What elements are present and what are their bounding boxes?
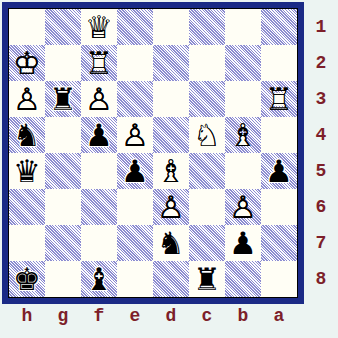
file-label-g: g	[45, 301, 81, 331]
square-f6[interactable]	[81, 189, 117, 225]
rank-label-6: 6	[304, 189, 338, 225]
square-b4[interactable]: ♝♗	[225, 117, 261, 153]
black-pawn-piece[interactable]: ♟	[81, 117, 117, 153]
square-a2[interactable]	[261, 45, 297, 81]
rank-label-5: 5	[304, 153, 338, 189]
square-c6[interactable]	[189, 189, 225, 225]
white-pawn-piece[interactable]: ♟♙	[117, 117, 153, 153]
square-d6[interactable]: ♟♙	[153, 189, 189, 225]
square-g3[interactable]: ♜	[45, 81, 81, 117]
rank-label-1: 1	[304, 9, 338, 45]
square-e8[interactable]	[117, 261, 153, 297]
square-f2[interactable]: ♜♖	[81, 45, 117, 81]
square-g6[interactable]	[45, 189, 81, 225]
black-rook-piece[interactable]: ♜	[189, 261, 225, 297]
square-g2[interactable]	[45, 45, 81, 81]
square-b6[interactable]: ♟♙	[225, 189, 261, 225]
square-c4[interactable]: ♞♘	[189, 117, 225, 153]
square-e4[interactable]: ♟♙	[117, 117, 153, 153]
white-rook-piece[interactable]: ♜♖	[81, 45, 117, 81]
square-a3[interactable]: ♜♖	[261, 81, 297, 117]
square-h2[interactable]: ♚♔	[9, 45, 45, 81]
square-g7[interactable]	[45, 225, 81, 261]
square-c3[interactable]	[189, 81, 225, 117]
white-pawn-piece[interactable]: ♟♙	[153, 189, 189, 225]
square-e1[interactable]	[117, 9, 153, 45]
square-b5[interactable]	[225, 153, 261, 189]
square-e2[interactable]	[117, 45, 153, 81]
chess-board: ♛♕♚♔♜♖♟♙♜♟♙♜♖♞♟♟♙♞♘♝♗♛♟♝♗♟♟♙♟♙♞♟♚♝♜	[9, 9, 297, 297]
square-c8[interactable]: ♜	[189, 261, 225, 297]
square-h6[interactable]	[9, 189, 45, 225]
black-rook-piece[interactable]: ♜	[45, 81, 81, 117]
black-bishop-piece[interactable]: ♝	[81, 261, 117, 297]
black-pawn-piece[interactable]: ♟	[117, 153, 153, 189]
file-label-h: h	[9, 301, 45, 331]
white-pawn-piece[interactable]: ♟♙	[9, 81, 45, 117]
white-pawn-piece[interactable]: ♟♙	[81, 81, 117, 117]
square-c5[interactable]	[189, 153, 225, 189]
file-label-c: c	[189, 301, 225, 331]
file-label-b: b	[225, 301, 261, 331]
chess-diagram: ♛♕♚♔♜♖♟♙♜♟♙♜♖♞♟♟♙♞♘♝♗♛♟♝♗♟♟♙♟♙♞♟♚♝♜ 1234…	[0, 0, 338, 338]
square-a1[interactable]	[261, 9, 297, 45]
rank-label-4: 4	[304, 117, 338, 153]
square-b2[interactable]	[225, 45, 261, 81]
square-g8[interactable]	[45, 261, 81, 297]
square-b8[interactable]	[225, 261, 261, 297]
black-knight-piece[interactable]: ♞	[9, 117, 45, 153]
square-e7[interactable]	[117, 225, 153, 261]
rank-label-2: 2	[304, 45, 338, 81]
square-h3[interactable]: ♟♙	[9, 81, 45, 117]
board-frame: ♛♕♚♔♜♖♟♙♜♟♙♜♖♞♟♟♙♞♘♝♗♛♟♝♗♟♟♙♟♙♞♟♚♝♜	[2, 2, 304, 304]
square-f7[interactable]	[81, 225, 117, 261]
file-label-f: f	[81, 301, 117, 331]
square-b7[interactable]: ♟	[225, 225, 261, 261]
black-king-piece[interactable]: ♚	[9, 261, 45, 297]
square-h1[interactable]	[9, 9, 45, 45]
square-b3[interactable]	[225, 81, 261, 117]
square-h4[interactable]: ♞	[9, 117, 45, 153]
white-king-piece[interactable]: ♚♔	[9, 45, 45, 81]
square-d1[interactable]	[153, 9, 189, 45]
square-a5[interactable]: ♟	[261, 153, 297, 189]
square-d3[interactable]	[153, 81, 189, 117]
square-a4[interactable]	[261, 117, 297, 153]
black-pawn-piece[interactable]: ♟	[261, 153, 297, 189]
file-label-e: e	[117, 301, 153, 331]
square-f8[interactable]: ♝	[81, 261, 117, 297]
square-g5[interactable]	[45, 153, 81, 189]
square-e6[interactable]	[117, 189, 153, 225]
square-f1[interactable]: ♛♕	[81, 9, 117, 45]
square-c2[interactable]	[189, 45, 225, 81]
file-labels: hgfedcba	[9, 301, 297, 331]
black-knight-piece[interactable]: ♞	[153, 225, 189, 261]
square-b1[interactable]	[225, 9, 261, 45]
rank-label-3: 3	[304, 81, 338, 117]
square-g4[interactable]	[45, 117, 81, 153]
square-f4[interactable]: ♟	[81, 117, 117, 153]
square-f3[interactable]: ♟♙	[81, 81, 117, 117]
square-h5[interactable]: ♛	[9, 153, 45, 189]
square-e3[interactable]	[117, 81, 153, 117]
white-bishop-piece[interactable]: ♝♗	[153, 153, 189, 189]
square-c7[interactable]	[189, 225, 225, 261]
square-h7[interactable]	[9, 225, 45, 261]
square-d4[interactable]	[153, 117, 189, 153]
black-queen-piece[interactable]: ♛	[9, 153, 45, 189]
square-d8[interactable]	[153, 261, 189, 297]
square-d5[interactable]: ♝♗	[153, 153, 189, 189]
square-e5[interactable]: ♟	[117, 153, 153, 189]
square-h8[interactable]: ♚	[9, 261, 45, 297]
white-bishop-piece[interactable]: ♝♗	[225, 117, 261, 153]
white-rook-piece[interactable]: ♜♖	[261, 81, 297, 117]
file-label-a: a	[261, 301, 297, 331]
white-pawn-piece[interactable]: ♟♙	[225, 189, 261, 225]
square-a8[interactable]	[261, 261, 297, 297]
square-f5[interactable]	[81, 153, 117, 189]
rank-labels: 12345678	[304, 9, 338, 297]
square-d7[interactable]: ♞	[153, 225, 189, 261]
rank-label-8: 8	[304, 261, 338, 297]
square-c1[interactable]	[189, 9, 225, 45]
square-g1[interactable]	[45, 9, 81, 45]
white-queen-piece[interactable]: ♛♕	[81, 9, 117, 45]
square-d2[interactable]	[153, 45, 189, 81]
file-label-d: d	[153, 301, 189, 331]
black-pawn-piece[interactable]: ♟	[225, 225, 261, 261]
white-knight-piece[interactable]: ♞♘	[189, 117, 225, 153]
rank-label-7: 7	[304, 225, 338, 261]
square-a6[interactable]	[261, 189, 297, 225]
square-a7[interactable]	[261, 225, 297, 261]
